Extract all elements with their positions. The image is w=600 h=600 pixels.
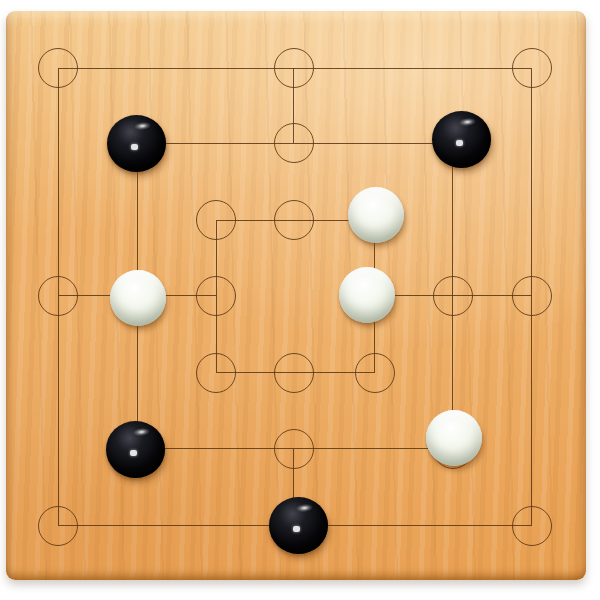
point-circle-f4 <box>433 276 473 316</box>
point-circle-g7 <box>512 48 552 88</box>
point-circle-c4 <box>196 276 236 316</box>
black-stone-f6[interactable] <box>432 111 491 168</box>
point-circle-a7 <box>38 48 78 88</box>
point-circle-d7 <box>274 48 314 88</box>
point-circle-g4 <box>512 276 552 316</box>
black-stone-b6[interactable] <box>107 115 166 172</box>
board-grid <box>6 11 586 580</box>
point-circle-c3 <box>196 353 236 393</box>
point-circle-d3 <box>274 353 314 393</box>
black-stone-d1[interactable] <box>269 497 328 554</box>
white-stone-b4[interactable] <box>110 270 166 326</box>
point-circle-a1 <box>38 506 78 546</box>
point-circle-g1 <box>512 506 552 546</box>
morris-board <box>6 11 586 580</box>
point-circle-e3 <box>355 353 395 393</box>
point-circle-a4 <box>38 276 78 316</box>
white-stone-e4[interactable] <box>339 267 395 323</box>
black-stone-b2[interactable] <box>106 421 165 478</box>
white-stone-f2[interactable] <box>426 410 482 466</box>
point-circle-d6 <box>274 123 314 163</box>
photo-background <box>0 0 600 600</box>
point-circle-c5 <box>196 200 236 240</box>
point-circle-d2 <box>274 429 314 469</box>
white-stone-e5[interactable] <box>348 187 404 243</box>
point-circle-d5 <box>274 200 314 240</box>
